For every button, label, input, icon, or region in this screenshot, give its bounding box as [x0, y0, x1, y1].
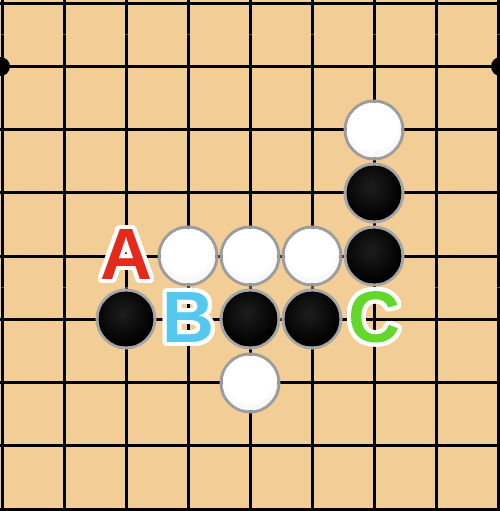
board-cell[interactable]: [95, 0, 157, 35]
board-cell[interactable]: [33, 161, 95, 224]
board-cell[interactable]: [405, 414, 467, 477]
board-cell[interactable]: [33, 288, 95, 351]
board-cell[interactable]: [467, 0, 500, 35]
board-cell[interactable]: [0, 288, 33, 351]
board-cell[interactable]: [33, 35, 95, 98]
board-cell[interactable]: [0, 161, 33, 224]
board-cell[interactable]: [157, 161, 219, 224]
board-cell[interactable]: [33, 351, 95, 414]
move-label-B[interactable]: B: [162, 281, 214, 353]
board-cell[interactable]: [281, 414, 343, 477]
board-cell[interactable]: [95, 35, 157, 98]
board-cell[interactable]: [281, 98, 343, 161]
board-cell[interactable]: [343, 161, 405, 224]
board-cell[interactable]: [343, 414, 405, 477]
board-cell[interactable]: [405, 477, 467, 511]
white-stone: [220, 226, 281, 287]
board-cell[interactable]: [157, 0, 219, 35]
board-cell[interactable]: B: [157, 288, 219, 351]
board-cell[interactable]: [405, 98, 467, 161]
board-cell[interactable]: [281, 35, 343, 98]
board-cell[interactable]: [219, 98, 281, 161]
board-cell[interactable]: [219, 351, 281, 414]
board-cell[interactable]: [343, 35, 405, 98]
move-label-C[interactable]: C: [348, 281, 400, 353]
board-cell[interactable]: [467, 224, 500, 287]
white-stone: [344, 99, 405, 160]
board-cell[interactable]: [157, 477, 219, 511]
board-cell[interactable]: [0, 224, 33, 287]
board-cell[interactable]: [405, 351, 467, 414]
board-cell[interactable]: C: [343, 288, 405, 351]
board-cell[interactable]: [33, 224, 95, 287]
board-cell[interactable]: [33, 0, 95, 35]
white-stone: [282, 226, 343, 287]
board-cell[interactable]: [281, 161, 343, 224]
board-cell[interactable]: [219, 224, 281, 287]
board-cell[interactable]: [281, 0, 343, 35]
board-cell[interactable]: [467, 161, 500, 224]
board-cell[interactable]: [0, 0, 33, 35]
black-stone: [220, 289, 281, 350]
black-stone: [344, 162, 405, 223]
board-cell[interactable]: [33, 477, 95, 511]
board-cell[interactable]: [157, 98, 219, 161]
board-cell[interactable]: [95, 414, 157, 477]
board-cell[interactable]: [0, 477, 33, 511]
board-cell[interactable]: [343, 98, 405, 161]
board-cell[interactable]: [95, 288, 157, 351]
board-cell[interactable]: [467, 351, 500, 414]
board-cell[interactable]: [343, 477, 405, 511]
board-cell[interactable]: [467, 414, 500, 477]
white-stone: [220, 352, 281, 413]
board-cell[interactable]: [281, 477, 343, 511]
board-cell[interactable]: [219, 477, 281, 511]
board-cell[interactable]: [467, 98, 500, 161]
board-cell[interactable]: [219, 35, 281, 98]
board-cell[interactable]: [405, 0, 467, 35]
board-cell[interactable]: [219, 414, 281, 477]
board-cell[interactable]: [467, 288, 500, 351]
board-cell[interactable]: [343, 351, 405, 414]
board-cell[interactable]: [405, 35, 467, 98]
board-cell[interactable]: [281, 224, 343, 287]
board-cell[interactable]: [405, 161, 467, 224]
board-cell[interactable]: [0, 98, 33, 161]
board-cell[interactable]: [467, 477, 500, 511]
move-label-A[interactable]: A: [100, 218, 152, 290]
board-cell[interactable]: [0, 351, 33, 414]
board-cell[interactable]: A: [95, 224, 157, 287]
go-board: ABC: [0, 0, 500, 511]
board-cell[interactable]: [157, 35, 219, 98]
board-cell[interactable]: [157, 351, 219, 414]
board-cell[interactable]: [405, 288, 467, 351]
board-grid: ABC: [0, 0, 500, 511]
board-cell[interactable]: [95, 351, 157, 414]
black-stone: [282, 289, 343, 350]
black-stone: [96, 289, 157, 350]
board-cell[interactable]: [281, 351, 343, 414]
board-cell[interactable]: [157, 414, 219, 477]
board-cell[interactable]: [219, 161, 281, 224]
board-cell[interactable]: [33, 414, 95, 477]
board-cell[interactable]: [405, 224, 467, 287]
board-cell[interactable]: [95, 477, 157, 511]
board-cell[interactable]: [95, 98, 157, 161]
board-cell[interactable]: [343, 0, 405, 35]
board-cell[interactable]: [219, 0, 281, 35]
board-cell[interactable]: [281, 288, 343, 351]
board-cell[interactable]: [33, 98, 95, 161]
board-cell[interactable]: [0, 414, 33, 477]
board-cell[interactable]: [219, 288, 281, 351]
